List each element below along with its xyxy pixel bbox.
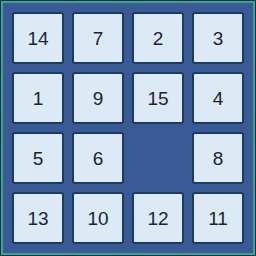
tile-8[interactable]: 8	[192, 132, 244, 184]
tile-15[interactable]: 15	[132, 72, 184, 124]
tile-2[interactable]: 2	[132, 12, 184, 64]
tile-13[interactable]: 13	[12, 192, 64, 244]
tile-4[interactable]: 4	[192, 72, 244, 124]
tile-11[interactable]: 11	[192, 192, 244, 244]
tile-12[interactable]: 12	[132, 192, 184, 244]
puzzle-frame: 14 7 2 3 1 9 15 4 5 6 8 13 10 12 11	[0, 0, 256, 256]
tile-1[interactable]: 1	[12, 72, 64, 124]
tile-10[interactable]: 10	[72, 192, 124, 244]
puzzle-board: 14 7 2 3 1 9 15 4 5 6 8 13 10 12 11	[3, 3, 253, 253]
tile-3[interactable]: 3	[192, 12, 244, 64]
tile-7[interactable]: 7	[72, 12, 124, 64]
tile-9[interactable]: 9	[72, 72, 124, 124]
tile-5[interactable]: 5	[12, 132, 64, 184]
tile-6[interactable]: 6	[72, 132, 124, 184]
tile-14[interactable]: 14	[12, 12, 64, 64]
empty-cell	[132, 132, 184, 184]
